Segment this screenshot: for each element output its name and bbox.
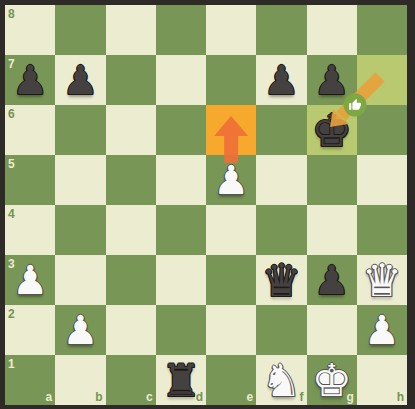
square-h8[interactable] — [357, 5, 407, 55]
square-c5[interactable] — [106, 155, 156, 205]
square-e8[interactable] — [206, 5, 256, 55]
black-king[interactable]: ♚ — [307, 105, 357, 155]
square-f7[interactable]: ♟ — [256, 55, 306, 105]
square-e2[interactable] — [206, 305, 256, 355]
square-b7[interactable]: ♟ — [55, 55, 105, 105]
square-e5[interactable]: ♟ — [206, 155, 256, 205]
square-c2[interactable] — [106, 305, 156, 355]
square-f8[interactable] — [256, 5, 306, 55]
rank-label-8: 8 — [8, 8, 15, 20]
rank-label-4: 4 — [8, 208, 15, 220]
square-f1[interactable]: f♞ — [256, 355, 306, 405]
black-pawn[interactable]: ♟ — [55, 55, 105, 105]
square-b6[interactable] — [55, 105, 105, 155]
square-d5[interactable] — [156, 155, 206, 205]
square-a7[interactable]: 7♟ — [5, 55, 55, 105]
black-pawn[interactable]: ♟ — [256, 55, 306, 105]
square-f3[interactable]: ♛ — [256, 255, 306, 305]
square-h3[interactable]: ♛ — [357, 255, 407, 305]
square-g3[interactable]: ♟ — [307, 255, 357, 305]
square-e4[interactable] — [206, 205, 256, 255]
file-label-e: e — [247, 391, 254, 403]
white-queen[interactable]: ♛ — [357, 255, 407, 305]
square-h7[interactable] — [357, 55, 407, 105]
square-g5[interactable] — [307, 155, 357, 205]
square-g4[interactable] — [307, 205, 357, 255]
rank-label-6: 6 — [8, 108, 15, 120]
square-b4[interactable] — [55, 205, 105, 255]
square-h4[interactable] — [357, 205, 407, 255]
rank-label-5: 5 — [8, 158, 15, 170]
square-e7[interactable] — [206, 55, 256, 105]
black-pawn[interactable]: ♟ — [5, 55, 55, 105]
file-label-h: h — [397, 391, 404, 403]
square-h6[interactable] — [357, 105, 407, 155]
black-rook[interactable]: ♜ — [156, 355, 206, 405]
square-f2[interactable] — [256, 305, 306, 355]
black-pawn[interactable]: ♟ — [307, 255, 357, 305]
square-b5[interactable] — [55, 155, 105, 205]
square-d1[interactable]: d♜ — [156, 355, 206, 405]
square-d7[interactable] — [156, 55, 206, 105]
square-a6[interactable]: 6 — [5, 105, 55, 155]
square-c8[interactable] — [106, 5, 156, 55]
white-pawn[interactable]: ♟ — [357, 305, 407, 355]
square-a2[interactable]: 2 — [5, 305, 55, 355]
chess-board[interactable]: 87♟♟♟♟6♚5♟43♟♛♟♛2♟♟1abcd♜ef♞g♚h — [5, 5, 407, 405]
square-e6[interactable] — [206, 105, 256, 155]
square-h1[interactable]: h — [357, 355, 407, 405]
file-label-c: c — [146, 391, 153, 403]
file-label-b: b — [95, 391, 102, 403]
square-a1[interactable]: 1a — [5, 355, 55, 405]
white-pawn[interactable]: ♟ — [206, 155, 256, 205]
square-c1[interactable]: c — [106, 355, 156, 405]
square-f6[interactable] — [256, 105, 306, 155]
square-c6[interactable] — [106, 105, 156, 155]
white-knight[interactable]: ♞ — [256, 355, 306, 405]
square-b1[interactable]: b — [55, 355, 105, 405]
square-d8[interactable] — [156, 5, 206, 55]
square-d4[interactable] — [156, 205, 206, 255]
square-g7[interactable]: ♟ — [307, 55, 357, 105]
square-f4[interactable] — [256, 205, 306, 255]
white-king[interactable]: ♚ — [307, 355, 357, 405]
square-a5[interactable]: 5 — [5, 155, 55, 205]
square-b2[interactable]: ♟ — [55, 305, 105, 355]
white-pawn[interactable]: ♟ — [5, 255, 55, 305]
square-e3[interactable] — [206, 255, 256, 305]
rank-label-2: 2 — [8, 308, 15, 320]
square-c7[interactable] — [106, 55, 156, 105]
white-pawn[interactable]: ♟ — [55, 305, 105, 355]
square-d3[interactable] — [156, 255, 206, 305]
square-g6[interactable]: ♚ — [307, 105, 357, 155]
square-g1[interactable]: g♚ — [307, 355, 357, 405]
square-c4[interactable] — [106, 205, 156, 255]
board-frame: 87♟♟♟♟6♚5♟43♟♛♟♛2♟♟1abcd♜ef♞g♚h — [0, 0, 415, 409]
square-e1[interactable]: e — [206, 355, 256, 405]
square-g8[interactable] — [307, 5, 357, 55]
black-queen[interactable]: ♛ — [256, 255, 306, 305]
black-pawn[interactable]: ♟ — [307, 55, 357, 105]
square-c3[interactable] — [106, 255, 156, 305]
square-h5[interactable] — [357, 155, 407, 205]
square-b8[interactable] — [55, 5, 105, 55]
square-f5[interactable] — [256, 155, 306, 205]
square-d2[interactable] — [156, 305, 206, 355]
square-a3[interactable]: 3♟ — [5, 255, 55, 305]
square-g2[interactable] — [307, 305, 357, 355]
square-a4[interactable]: 4 — [5, 205, 55, 255]
square-h2[interactable]: ♟ — [357, 305, 407, 355]
file-label-a: a — [46, 391, 53, 403]
square-a8[interactable]: 8 — [5, 5, 55, 55]
square-d6[interactable] — [156, 105, 206, 155]
rank-label-1: 1 — [8, 358, 15, 370]
square-b3[interactable] — [55, 255, 105, 305]
